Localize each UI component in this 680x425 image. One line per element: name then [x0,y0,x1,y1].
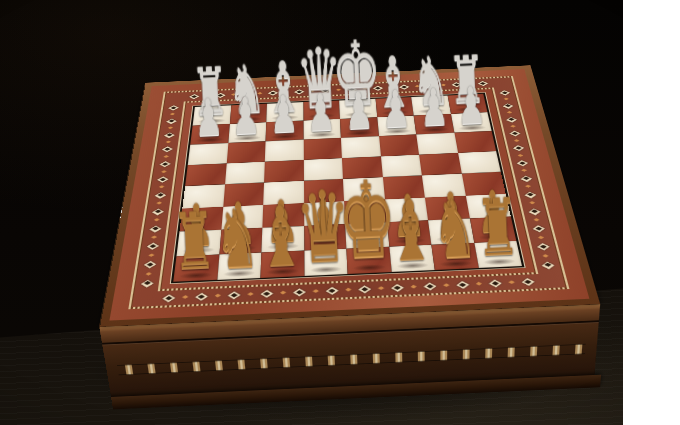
piece-silver-pawn: ♟ [305,88,336,137]
piece-silver-pawn: ♟ [343,87,374,136]
square-h1: ♜ [473,240,521,267]
piece-copper-knight: ♞ [213,201,261,277]
mosaic-diamond-icon: ◆ [143,259,157,269]
mosaic-diamond-icon: ◆ [148,223,161,233]
mosaic-dot-icon: ◆ [145,271,152,276]
lid-seam [101,320,598,344]
square-c7: ♟ [265,120,303,141]
square-b7: ♟ [227,122,265,143]
mosaic-diamond-icon: ◆ [372,84,383,91]
mosaic-diamond-icon: ◆ [511,143,524,151]
mosaic-diamond-icon: ◆ [320,86,331,93]
mosaic-diamond-icon: ◆ [346,85,357,92]
square-g7: ♟ [413,113,453,134]
mosaic-diamond-icon: ◆ [455,279,470,290]
square-b5 [224,161,264,184]
mosaic-dot-icon: ◆ [442,282,449,287]
mosaic-diamond-icon: ◆ [487,277,502,288]
mosaic-dot-icon: ◆ [506,110,512,114]
mosaic-diamond-icon: ◆ [145,241,159,251]
board-lid: ◆◆◆◆◆◆◆◆◆◆◆◆◆◆◆◆◆◆◆◆◆◆◆ ◆◆◆◆◆◆◆◆◆◆◆◆◆◆◆◆… [99,65,600,326]
square-a5 [185,163,226,186]
mosaic-dot-icon: ◆ [524,184,530,188]
mosaic-dot-icon: ◆ [161,169,167,173]
piece-copper-bishop: ♝ [386,191,435,269]
mosaic-diamond-icon: ◆ [293,88,303,95]
border-stripe-inner: ♜♞♝♛♚♝♞♜♟♟♟♟♟♟♟♟♟♟♟♟♟♟♟♟♜♞♝♛♚♝♞♜ [157,87,538,291]
mosaic-diamond-icon: ◆ [527,206,541,215]
mosaic-diamond-icon: ◆ [214,91,225,98]
mosaic-diamond-icon: ◆ [501,102,513,109]
mosaic-dot-icon: ◆ [156,201,162,205]
mosaic-diamond-icon: ◆ [424,82,435,89]
square-b6 [226,141,265,163]
piece-copper-knight: ♞ [430,191,478,267]
square-b1: ♞ [216,252,261,280]
mosaic-diamond-icon: ◆ [508,129,521,137]
mosaic-diamond-icon: ◆ [519,174,533,183]
mosaic-dot-icon: ◆ [148,252,154,257]
mosaic-diamond-icon: ◆ [161,145,173,153]
mosaic-diamond-icon: ◆ [156,175,169,184]
mosaic-diamond-icon: ◆ [498,89,510,96]
square-a6 [187,143,227,165]
mosaic-dot-icon: ◆ [517,153,523,157]
mosaic-diamond-icon: ◆ [260,288,273,299]
camera-tilt: ◆◆◆◆◆◆◆◆◆◆◆◆◆◆◆◆◆◆◆◆◆◆◆ ◆◆◆◆◆◆◆◆◆◆◆◆◆◆◆◆… [0,0,623,425]
piece-copper-rook: ♜ [474,191,520,265]
piece-copper-bishop: ♝ [256,197,305,275]
mosaic-dot-icon: ◆ [153,217,159,221]
box-base-molding [104,374,601,409]
square-g1: ♞ [431,242,478,269]
mosaic-diamond-icon: ◆ [194,290,208,301]
mosaic-diamond-icon: ◆ [390,282,404,293]
square-h6 [453,131,495,153]
chess-set-photo: ◆◆◆◆◆◆◆◆◆◆◆◆◆◆◆◆◆◆◆◆◆◆◆ ◆◆◆◆◆◆◆◆◆◆◆◆◆◆◆◆… [0,0,623,425]
mosaic-dot-icon: ◆ [510,124,516,128]
piece-silver-pawn: ♟ [268,90,299,139]
piece-silver-pawn: ♟ [230,92,261,141]
mosaic-dot-icon: ◆ [475,281,482,286]
mosaic-diamond-icon: ◆ [422,280,436,291]
mosaic-diamond-icon: ◆ [450,81,462,88]
mosaic-dot-icon: ◆ [513,138,519,142]
mosaic-diamond-icon: ◆ [140,278,154,289]
scene: ◆◆◆◆◆◆◆◆◆◆◆◆◆◆◆◆◆◆◆◆◆◆◆ ◆◆◆◆◆◆◆◆◆◆◆◆◆◆◆◆… [0,0,623,425]
mosaic-diamond-icon: ◆ [167,104,179,111]
mosaic-diamond-icon: ◆ [188,92,199,99]
mosaic-dot-icon: ◆ [181,294,188,299]
square-e6 [340,136,380,158]
mosaic-diamond-icon: ◆ [357,283,371,294]
mosaic-diamond-icon: ◆ [158,159,170,167]
right-white-margin [623,0,680,425]
mosaic-dot-icon: ◆ [542,253,549,258]
mosaic-dot-icon: ◆ [521,168,527,172]
page: ◆◆◆◆◆◆◆◆◆◆◆◆◆◆◆◆◆◆◆◆◆◆◆ ◆◆◆◆◆◆◆◆◆◆◆◆◆◆◆◆… [0,0,680,425]
front-inlay-band [116,343,585,375]
mosaic-diamond-icon: ◆ [398,83,409,90]
mosaic-diamond-icon: ◆ [153,190,166,199]
mosaic-diamond-icon: ◆ [241,90,252,97]
square-g6 [416,132,457,154]
mosaic-dot-icon: ◆ [533,217,540,221]
mosaic-diamond-icon: ◆ [531,223,546,233]
mosaic-dot-icon: ◆ [158,185,164,189]
mosaic-dot-icon: ◆ [247,291,253,296]
chess-board: ♜♞♝♛♚♝♞♜♟♟♟♟♟♟♟♟♟♟♟♟♟♟♟♟♜♞♝♛♚♝♞♜ [173,93,522,281]
piece-silver-pawn: ♟ [456,82,487,131]
mosaic-dot-icon: ◆ [167,126,173,130]
mosaic-dot-icon: ◆ [410,284,417,289]
mosaic-dot-icon: ◆ [503,97,509,100]
mosaic-diamond-icon: ◆ [267,89,278,96]
mosaic-dot-icon: ◆ [163,154,169,158]
mosaic-dot-icon: ◆ [537,235,544,240]
mosaic-diamond-icon: ◆ [515,158,528,166]
mosaic-diamond-icon: ◆ [325,285,338,296]
border-rosewood-margin: ◆◆◆◆◆◆◆◆◆◆◆◆◆◆◆◆◆◆◆◆◆◆◆ ◆◆◆◆◆◆◆◆◆◆◆◆◆◆◆◆… [109,69,589,321]
square-a7: ♟ [190,123,229,144]
piece-silver-pawn: ♟ [192,93,223,142]
square-a1: ♜ [173,254,219,282]
mosaic-diamond-icon: ◆ [520,276,535,287]
piece-copper-rook: ♜ [170,205,216,279]
mosaic-diamond-icon: ◆ [540,259,555,269]
mosaic-diamond-icon: ◆ [292,286,305,297]
mosaic-diamond-icon: ◆ [227,289,241,300]
square-c6 [264,139,303,161]
mosaic-diamond-icon: ◆ [165,117,177,125]
mosaic-dot-icon: ◆ [169,112,174,115]
square-d7: ♟ [303,118,341,139]
border-rosewood-inner: ♜♞♝♛♚♝♞♜♟♟♟♟♟♟♟♟♟♟♟♟♟♟♟♟♜♞♝♛♚♝♞♜ [161,89,534,289]
border-stripe-outer: ◆◆◆◆◆◆◆◆◆◆◆◆◆◆◆◆◆◆◆◆◆◆◆ ◆◆◆◆◆◆◆◆◆◆◆◆◆◆◆◆… [128,76,569,309]
square-g5 [419,152,461,175]
square-f1: ♝ [388,244,434,271]
border-black-pinline: ♜♞♝♛♚♝♞♜♟♟♟♟♟♟♟♟♟♟♟♟♟♟♟♟♜♞♝♛♚♝♞♜ [170,92,524,282]
mosaic-diamond-icon: ◆ [476,79,488,86]
square-h5 [457,150,500,173]
mosaic-dot-icon: ◆ [529,200,536,204]
square-h7: ♟ [450,112,491,133]
mosaic-dot-icon: ◆ [345,287,351,292]
mosaic-dot-icon: ◆ [150,234,156,239]
mosaic-diamond-icon: ◆ [523,190,537,199]
square-c1: ♝ [260,250,304,278]
square-d6 [303,137,342,159]
mosaic-dot-icon: ◆ [214,293,220,298]
mosaic-dot-icon: ◆ [312,288,318,293]
mosaic-dot-icon: ◆ [165,140,171,144]
piece-silver-pawn: ♟ [380,85,411,134]
square-e7: ♟ [340,117,379,138]
border-cream-hairline: ♜♞♝♛♚♝♞♜♟♟♟♟♟♟♟♟♟♟♟♟♟♟♟♟♜♞♝♛♚♝♞♜ [169,92,525,284]
border-mosaic-band: ◆◆◆◆◆◆◆◆◆◆◆◆◆◆◆◆◆◆◆◆◆◆◆ ◆◆◆◆◆◆◆◆◆◆◆◆◆◆◆◆… [131,77,564,306]
chess-box: ◆◆◆◆◆◆◆◆◆◆◆◆◆◆◆◆◆◆◆◆◆◆◆ ◆◆◆◆◆◆◆◆◆◆◆◆◆◆◆◆… [99,65,600,326]
mosaic-dot-icon: ◆ [279,290,285,295]
square-f7: ♟ [376,115,415,136]
piece-silver-pawn: ♟ [418,83,449,132]
mosaic-diamond-icon: ◆ [161,292,175,303]
square-f6 [378,134,418,156]
mosaic-diamond-icon: ◆ [163,131,175,139]
square-d1: ♛ [303,248,347,276]
mosaic-diamond-icon: ◆ [535,241,550,251]
mosaic-dot-icon: ◆ [377,285,383,290]
mosaic-dot-icon: ◆ [507,279,514,284]
mosaic-diamond-icon: ◆ [151,206,164,215]
mosaic-diamond-icon: ◆ [505,115,518,123]
